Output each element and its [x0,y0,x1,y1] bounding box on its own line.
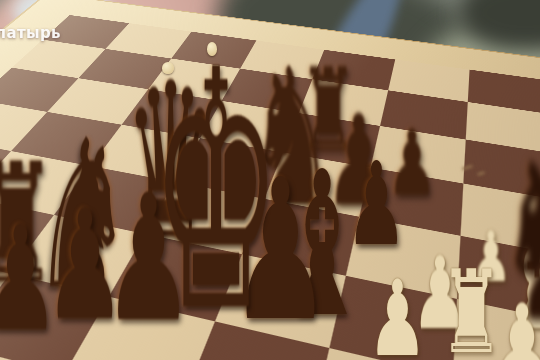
piece-dark-pawn: ♟ [0,210,64,348]
piece-light-pawn: ♟ [363,270,430,360]
queen-cream-ball [162,62,174,74]
king-cream-finial [207,42,217,56]
piece-light-pawn: ♟ [482,292,540,360]
chess-photo-frame: 87654321 ♜♟♟♞♟♛♟♜♞♟♟♝♟♟♝♟♞♚♜♟♟ латырь [0,0,540,360]
watermark-text: латырь [0,24,61,42]
piece-dark-king: ♚ [143,36,288,350]
